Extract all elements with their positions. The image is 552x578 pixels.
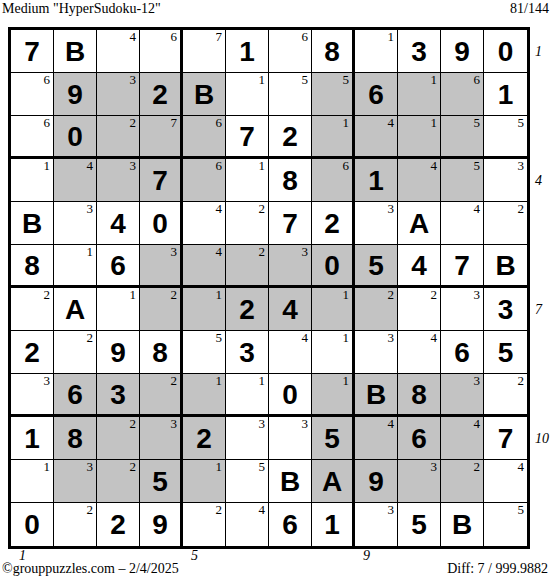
given-value: 9 <box>54 73 96 115</box>
given-value: 3 <box>226 331 268 373</box>
pencil-mark: 4 <box>431 159 438 173</box>
cell-r2c4[interactable]: 2 <box>140 73 183 116</box>
pencil-mark: 5 <box>474 159 481 173</box>
pencil-mark: 1 <box>44 460 51 474</box>
cell-r12c5[interactable]: 2 <box>183 503 226 546</box>
given-value: 9 <box>441 30 483 72</box>
pencil-mark: 4 <box>388 417 395 431</box>
pencil-mark: 5 <box>518 503 525 517</box>
given-value: 4 <box>97 202 139 244</box>
pencil-mark: 4 <box>87 159 94 173</box>
pencil-mark: 5 <box>474 116 481 130</box>
cell-r10c9[interactable]: 4 <box>355 417 398 460</box>
given-value: 1 <box>312 503 352 546</box>
given-value: 1 <box>355 159 397 201</box>
cell-r12c8[interactable]: 1 <box>312 503 355 546</box>
cell-r4c12[interactable]: 3 <box>484 159 527 202</box>
given-value: 2 <box>97 503 139 546</box>
given-value: 0 <box>312 245 352 285</box>
cell-r5c11[interactable]: 4 <box>441 202 484 245</box>
footer: ©grouppuzzles.com – 2/4/2025 Diff: 7 / 9… <box>2 561 548 577</box>
cell-r4c8[interactable]: 6 <box>312 159 355 202</box>
cell-r1c4[interactable]: 6 <box>140 30 183 73</box>
cell-r2c10[interactable]: 1 <box>398 73 441 116</box>
cell-r12c2[interactable]: 2 <box>54 503 97 546</box>
given-value: B <box>484 245 527 285</box>
cell-r2c7[interactable]: 5 <box>269 73 312 116</box>
cell-r4c11[interactable]: 5 <box>441 159 484 202</box>
cell-r6c4[interactable]: 3 <box>140 245 183 288</box>
pencil-mark: 2 <box>87 331 94 345</box>
cell-r7c4[interactable]: 2 <box>140 288 183 331</box>
given-value: A <box>54 288 96 330</box>
cell-r6c2[interactable]: 1 <box>54 245 97 288</box>
pencil-mark: 1 <box>87 245 94 259</box>
pencil-mark: 1 <box>343 288 350 302</box>
cell-r4c3[interactable]: 3 <box>97 159 140 202</box>
cell-r10c10[interactable]: 6 <box>398 417 441 460</box>
cell-r5c4[interactable]: 0 <box>140 202 183 245</box>
cell-r3c11[interactable]: 5 <box>441 116 484 159</box>
pencil-mark: 3 <box>130 159 137 173</box>
cell-r7c8[interactable]: 1 <box>312 288 355 331</box>
cell-r5c2[interactable]: 3 <box>54 202 97 245</box>
cell-r2c8[interactable]: 5 <box>312 73 355 116</box>
cell-r1c5[interactable]: 7 <box>183 30 226 73</box>
given-value: 3 <box>398 30 440 72</box>
cell-r7c3[interactable]: 1 <box>97 288 140 331</box>
given-value: 7 <box>226 116 268 156</box>
cell-r2c5[interactable]: B <box>183 73 226 116</box>
cell-r1c10[interactable]: 3 <box>398 30 441 73</box>
given-value: 4 <box>398 245 440 285</box>
pencil-mark: 3 <box>388 331 395 345</box>
pencil-mark: 4 <box>216 245 223 259</box>
cell-r10c8[interactable]: 5 <box>312 417 355 460</box>
cell-r11c12[interactable]: 4 <box>484 460 527 503</box>
pencil-mark: 3 <box>474 288 481 302</box>
given-value: 5 <box>355 245 397 285</box>
pencil-mark: 5 <box>216 331 223 345</box>
pencil-mark: 2 <box>171 288 178 302</box>
cell-r12c11[interactable]: B <box>441 503 484 546</box>
pencil-mark: 6 <box>474 73 481 87</box>
cell-r9c12[interactable]: 2 <box>484 374 527 417</box>
cell-r9c3[interactable]: 3 <box>97 374 140 417</box>
pencil-mark: 2 <box>518 202 525 216</box>
given-value: 0 <box>54 116 96 156</box>
pencil-mark: 3 <box>44 374 51 388</box>
pencil-mark: 3 <box>388 202 395 216</box>
cell-r4c9[interactable]: 1 <box>355 159 398 202</box>
cell-r11c4[interactable]: 5 <box>140 460 183 503</box>
pencil-mark: 7 <box>171 116 178 130</box>
cell-r8c9[interactable]: 3 <box>355 331 398 374</box>
cell-r5c3[interactable]: 4 <box>97 202 140 245</box>
cell-r7c5[interactable]: 1 <box>183 288 226 331</box>
pencil-mark: 3 <box>388 503 395 517</box>
pencil-mark: 1 <box>259 159 266 173</box>
cell-r10c7[interactable]: 3 <box>269 417 312 460</box>
cell-r11c3[interactable]: 2 <box>97 460 140 503</box>
cell-r4c4[interactable]: 7 <box>140 159 183 202</box>
pencil-mark: 1 <box>130 288 137 302</box>
pencil-mark: 6 <box>44 73 51 87</box>
given-value: 5 <box>398 503 440 546</box>
cell-r1c8[interactable]: 8 <box>312 30 355 73</box>
cell-r11c8[interactable]: A <box>312 460 355 503</box>
puzzle-counter: 81/144 <box>510 1 549 17</box>
pencil-mark: 3 <box>259 417 266 431</box>
pencil-mark: 1 <box>216 460 223 474</box>
cell-r12c9[interactable]: 3 <box>355 503 398 546</box>
cell-r3c4[interactable]: 7 <box>140 116 183 159</box>
pencil-mark: 7 <box>216 30 223 44</box>
cell-r6c8[interactable]: 0 <box>312 245 355 288</box>
row-label-10: 10 <box>535 417 551 460</box>
cell-r8c5[interactable]: 5 <box>183 331 226 374</box>
cell-r6c10[interactable]: 4 <box>398 245 441 288</box>
cell-r2c12[interactable]: 1 <box>484 73 527 116</box>
pencil-mark: 5 <box>343 73 350 87</box>
cell-r12c6[interactable]: 4 <box>226 503 269 546</box>
pencil-mark: 5 <box>259 460 266 474</box>
given-value: B <box>269 460 311 502</box>
cell-r8c6[interactable]: 3 <box>226 331 269 374</box>
cell-r11c9[interactable]: 9 <box>355 460 398 503</box>
puzzle-title: Medium "HyperSudoku-12" <box>2 1 161 17</box>
cell-r1c1[interactable]: 7 <box>11 30 54 73</box>
cell-r1c7[interactable]: 6 <box>269 30 312 73</box>
pencil-mark: 6 <box>171 30 178 44</box>
given-value: 8 <box>140 331 180 373</box>
given-value: 2 <box>140 73 180 115</box>
cell-r2c1[interactable]: 6 <box>11 73 54 116</box>
cell-r8c12[interactable]: 5 <box>484 331 527 374</box>
cell-r1c3[interactable]: 4 <box>97 30 140 73</box>
pencil-mark: 3 <box>431 460 438 474</box>
given-value: 0 <box>140 202 180 244</box>
cell-r10c2[interactable]: 8 <box>54 417 97 460</box>
cell-r10c5[interactable]: 2 <box>183 417 226 460</box>
cell-r8c4[interactable]: 8 <box>140 331 183 374</box>
cell-r11c2[interactable]: 3 <box>54 460 97 503</box>
cell-r12c10[interactable]: 5 <box>398 503 441 546</box>
cell-r8c2[interactable]: 2 <box>54 331 97 374</box>
given-value: 0 <box>484 30 527 72</box>
pencil-mark: 4 <box>302 331 309 345</box>
cell-r9c2[interactable]: 6 <box>54 374 97 417</box>
given-value: 6 <box>269 503 311 546</box>
pencil-mark: 4 <box>388 116 395 130</box>
cell-r6c6[interactable]: 2 <box>226 245 269 288</box>
given-value: B <box>441 503 483 546</box>
given-value: 5 <box>140 460 180 502</box>
cell-r3c9[interactable]: 4 <box>355 116 398 159</box>
cell-r7c10[interactable]: 2 <box>398 288 441 331</box>
cell-r6c1[interactable]: 8 <box>11 245 54 288</box>
cell-r9c11[interactable]: 3 <box>441 374 484 417</box>
given-value: 7 <box>269 202 311 244</box>
cell-r8c11[interactable]: 6 <box>441 331 484 374</box>
cell-r9c10[interactable]: 8 <box>398 374 441 417</box>
pencil-mark: 4 <box>431 331 438 345</box>
cell-r12c12[interactable]: 5 <box>484 503 527 546</box>
cell-r6c3[interactable]: 6 <box>97 245 140 288</box>
pencil-mark: 6 <box>302 30 309 44</box>
cell-r1c2[interactable]: B <box>54 30 97 73</box>
given-value: 2 <box>183 417 225 459</box>
cell-r8c10[interactable]: 4 <box>398 331 441 374</box>
cell-r3c2[interactable]: 0 <box>54 116 97 159</box>
puzzle-page: Medium "HyperSudoku-12" 81/144 7B4671681… <box>0 0 552 578</box>
cell-r7c7[interactable]: 4 <box>269 288 312 331</box>
cell-r11c7[interactable]: B <box>269 460 312 503</box>
given-value: 5 <box>312 417 352 459</box>
cell-r3c8[interactable]: 1 <box>312 116 355 159</box>
cell-r4c5[interactable]: 6 <box>183 159 226 202</box>
cell-r11c11[interactable]: 2 <box>441 460 484 503</box>
given-value: 6 <box>97 245 139 285</box>
cell-r11c1[interactable]: 1 <box>11 460 54 503</box>
cell-r11c5[interactable]: 1 <box>183 460 226 503</box>
cell-r5c5[interactable]: 4 <box>183 202 226 245</box>
given-value: 6 <box>398 417 440 459</box>
pencil-mark: 4 <box>216 202 223 216</box>
cell-r12c3[interactable]: 2 <box>97 503 140 546</box>
pencil-mark: 2 <box>259 245 266 259</box>
cell-r10c6[interactable]: 3 <box>226 417 269 460</box>
pencil-mark: 5 <box>302 73 309 87</box>
cell-r5c9[interactable]: 3 <box>355 202 398 245</box>
pencil-mark: 4 <box>518 460 525 474</box>
cell-r5c10[interactable]: A <box>398 202 441 245</box>
given-value: 2 <box>11 331 53 373</box>
pencil-mark: 2 <box>388 288 395 302</box>
cell-r2c3[interactable]: 3 <box>97 73 140 116</box>
cell-r7c1[interactable]: 2 <box>11 288 54 331</box>
pencil-mark: 1 <box>343 116 350 130</box>
sudoku-board: 7B46716813906932B15561616027672141551437… <box>8 27 530 549</box>
pencil-mark: 5 <box>518 116 525 130</box>
cell-r9c9[interactable]: B <box>355 374 398 417</box>
cell-r7c12[interactable]: 3 <box>484 288 527 331</box>
pencil-mark: 3 <box>171 417 178 431</box>
given-value: 3 <box>97 374 139 414</box>
pencil-mark: 3 <box>87 460 94 474</box>
row-label-1: 1 <box>535 30 551 73</box>
pencil-mark: 6 <box>44 116 51 130</box>
cell-r9c6[interactable]: 1 <box>226 374 269 417</box>
cell-r4c10[interactable]: 4 <box>398 159 441 202</box>
given-value: A <box>312 460 352 502</box>
given-value: 8 <box>312 30 352 72</box>
given-value: B <box>355 374 397 414</box>
cell-r10c3[interactable]: 2 <box>97 417 140 460</box>
pencil-mark: 3 <box>302 417 309 431</box>
pencil-mark: 1 <box>343 374 350 388</box>
pencil-mark: 3 <box>302 245 309 259</box>
cell-r9c5[interactable]: 1 <box>183 374 226 417</box>
pencil-mark: 3 <box>474 374 481 388</box>
given-value: 0 <box>11 503 53 546</box>
cell-r2c11[interactable]: 6 <box>441 73 484 116</box>
given-value: 2 <box>269 116 311 156</box>
cell-r3c12[interactable]: 5 <box>484 116 527 159</box>
given-value: 7 <box>11 30 53 72</box>
cell-r8c1[interactable]: 2 <box>11 331 54 374</box>
given-value: 6 <box>355 73 397 115</box>
pencil-mark: 3 <box>518 159 525 173</box>
cell-r5c7[interactable]: 7 <box>269 202 312 245</box>
cell-r9c1[interactable]: 3 <box>11 374 54 417</box>
pencil-mark: 1 <box>259 73 266 87</box>
pencil-mark: 1 <box>388 30 395 44</box>
cell-r3c3[interactable]: 2 <box>97 116 140 159</box>
pencil-mark: 2 <box>518 374 525 388</box>
cell-r12c1[interactable]: 0 <box>11 503 54 546</box>
pencil-mark: 2 <box>130 417 137 431</box>
cell-r12c4[interactable]: 9 <box>140 503 183 546</box>
given-value: B <box>54 30 96 72</box>
pencil-mark: 1 <box>216 374 223 388</box>
cell-r5c1[interactable]: B <box>11 202 54 245</box>
cell-r6c9[interactable]: 5 <box>355 245 398 288</box>
pencil-mark: 4 <box>259 503 266 517</box>
pencil-mark: 1 <box>259 374 266 388</box>
cell-r3c1[interactable]: 6 <box>11 116 54 159</box>
pencil-mark: 3 <box>87 202 94 216</box>
row-label-7: 7 <box>535 288 551 331</box>
given-value: B <box>183 73 225 115</box>
cell-r10c4[interactable]: 3 <box>140 417 183 460</box>
cell-r10c12[interactable]: 7 <box>484 417 527 460</box>
pencil-mark: 2 <box>431 288 438 302</box>
pencil-mark: 4 <box>474 417 481 431</box>
pencil-mark: 1 <box>44 159 51 173</box>
given-value: 2 <box>312 202 352 244</box>
given-value: A <box>398 202 440 244</box>
cell-r12c7[interactable]: 6 <box>269 503 312 546</box>
pencil-mark: 4 <box>474 202 481 216</box>
given-value: 7 <box>441 245 483 285</box>
cell-r1c6[interactable]: 1 <box>226 30 269 73</box>
given-value: 8 <box>11 245 53 285</box>
cell-r10c11[interactable]: 4 <box>441 417 484 460</box>
cell-r11c6[interactable]: 5 <box>226 460 269 503</box>
cell-r9c7[interactable]: 0 <box>269 374 312 417</box>
pencil-mark: 3 <box>171 245 178 259</box>
given-value: 9 <box>140 503 180 546</box>
cell-r6c7[interactable]: 3 <box>269 245 312 288</box>
pencil-mark: 3 <box>130 73 137 87</box>
cell-r8c3[interactable]: 9 <box>97 331 140 374</box>
cell-r4c6[interactable]: 1 <box>226 159 269 202</box>
pencil-mark: 2 <box>171 374 178 388</box>
copyright-text: ©grouppuzzles.com – 2/4/2025 <box>2 561 179 577</box>
given-value: 9 <box>355 460 397 502</box>
given-value: 8 <box>54 417 96 459</box>
cell-r11c10[interactable]: 3 <box>398 460 441 503</box>
cell-r1c11[interactable]: 9 <box>441 30 484 73</box>
difficulty-text: Diff: 7 / 999.9882 <box>447 561 548 577</box>
cell-r4c1[interactable]: 1 <box>11 159 54 202</box>
cell-r8c7[interactable]: 4 <box>269 331 312 374</box>
pencil-mark: 6 <box>343 159 350 173</box>
cell-r5c12[interactable]: 2 <box>484 202 527 245</box>
given-value: 8 <box>398 374 440 414</box>
cell-r7c9[interactable]: 2 <box>355 288 398 331</box>
pencil-mark: 1 <box>216 288 223 302</box>
cell-r7c11[interactable]: 3 <box>441 288 484 331</box>
given-value: 0 <box>269 374 311 414</box>
pencil-mark: 2 <box>130 116 137 130</box>
cell-r9c8[interactable]: 1 <box>312 374 355 417</box>
given-value: 9 <box>97 331 139 373</box>
given-value: 3 <box>484 288 527 330</box>
row-label-4: 4 <box>535 159 551 202</box>
cell-r1c12[interactable]: 0 <box>484 30 527 73</box>
given-value: 2 <box>226 288 268 330</box>
given-value: 6 <box>54 374 96 414</box>
pencil-mark: 4 <box>130 30 137 44</box>
given-value: 1 <box>226 30 268 72</box>
cell-r7c2[interactable]: A <box>54 288 97 331</box>
pencil-mark: 6 <box>216 116 223 130</box>
pencil-mark: 2 <box>130 460 137 474</box>
given-value: 8 <box>269 159 311 201</box>
cell-r5c8[interactable]: 2 <box>312 202 355 245</box>
pencil-mark: 1 <box>343 331 350 345</box>
cell-r3c7[interactable]: 2 <box>269 116 312 159</box>
cell-r7c6[interactable]: 2 <box>226 288 269 331</box>
header: Medium "HyperSudoku-12" 81/144 <box>2 1 549 17</box>
cell-r6c11[interactable]: 7 <box>441 245 484 288</box>
cell-r8c8[interactable]: 1 <box>312 331 355 374</box>
given-value: B <box>11 202 53 244</box>
cell-r4c2[interactable]: 4 <box>54 159 97 202</box>
cell-r2c2[interactable]: 9 <box>54 73 97 116</box>
cell-r4c7[interactable]: 8 <box>269 159 312 202</box>
given-value: 1 <box>484 73 527 115</box>
given-value: 7 <box>140 159 180 201</box>
cell-r9c4[interactable]: 2 <box>140 374 183 417</box>
cell-r10c1[interactable]: 1 <box>11 417 54 460</box>
pencil-mark: 1 <box>431 116 438 130</box>
cell-r3c6[interactable]: 7 <box>226 116 269 159</box>
cell-r6c5[interactable]: 4 <box>183 245 226 288</box>
pencil-mark: 2 <box>87 503 94 517</box>
cell-r6c12[interactable]: B <box>484 245 527 288</box>
pencil-mark: 2 <box>216 503 223 517</box>
pencil-mark: 1 <box>431 73 438 87</box>
given-value: 1 <box>11 417 53 459</box>
cell-r3c5[interactable]: 6 <box>183 116 226 159</box>
pencil-mark: 2 <box>259 202 266 216</box>
given-value: 5 <box>484 331 527 373</box>
pencil-mark: 6 <box>216 159 223 173</box>
pencil-mark: 2 <box>44 288 51 302</box>
cell-r5c6[interactable]: 2 <box>226 202 269 245</box>
cell-r1c9[interactable]: 1 <box>355 30 398 73</box>
cell-r2c9[interactable]: 6 <box>355 73 398 116</box>
cell-r3c10[interactable]: 1 <box>398 116 441 159</box>
pencil-mark: 2 <box>474 460 481 474</box>
given-value: 6 <box>441 331 483 373</box>
given-value: 7 <box>484 417 527 459</box>
cell-r2c6[interactable]: 1 <box>226 73 269 116</box>
given-value: 4 <box>269 288 311 330</box>
